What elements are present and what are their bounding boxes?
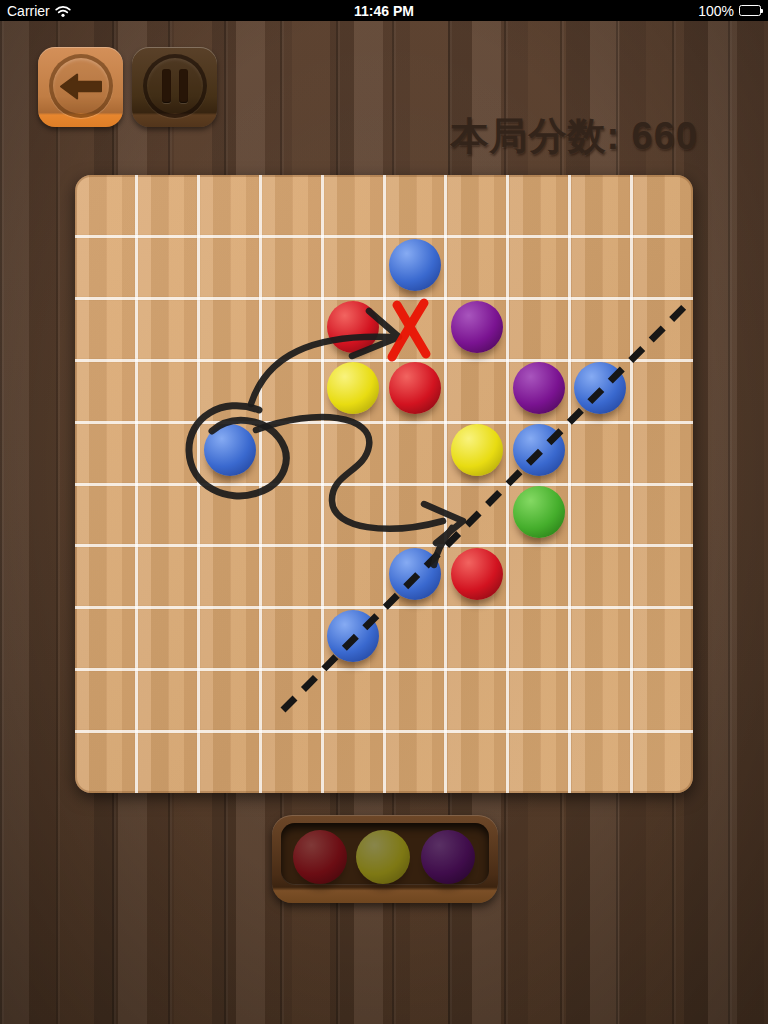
score-value: 660 bbox=[632, 115, 698, 157]
next-balls-tray bbox=[272, 815, 498, 903]
pause-icon bbox=[162, 69, 188, 103]
grid-line-h bbox=[75, 730, 693, 733]
pause-button[interactable] bbox=[132, 47, 217, 127]
game-screen: Carrier 11:46 PM 100% 本局分数: 660 bbox=[0, 0, 768, 1024]
grid-line-v bbox=[506, 175, 509, 793]
status-bar: Carrier 11:46 PM 100% bbox=[0, 0, 768, 21]
score-label: 本局分数: bbox=[450, 115, 620, 157]
carrier-label: Carrier bbox=[7, 3, 50, 19]
ball-blue[interactable] bbox=[389, 548, 441, 600]
clock: 11:46 PM bbox=[0, 3, 768, 19]
left-arrow-icon bbox=[60, 73, 102, 100]
ball-blue[interactable] bbox=[574, 362, 626, 414]
ball-red[interactable] bbox=[451, 548, 503, 600]
ball-yellow[interactable] bbox=[451, 424, 503, 476]
ball-blue[interactable] bbox=[204, 424, 256, 476]
grid-line-h bbox=[75, 483, 693, 486]
ball-red[interactable] bbox=[389, 362, 441, 414]
ball-blue[interactable] bbox=[513, 424, 565, 476]
grid-line-v bbox=[444, 175, 447, 793]
score-display: 本局分数: 660 bbox=[450, 111, 698, 162]
wifi-icon bbox=[55, 5, 71, 17]
battery-icon bbox=[739, 5, 761, 16]
ball-green[interactable] bbox=[513, 486, 565, 538]
grid-line-h bbox=[75, 606, 693, 609]
ball-red[interactable] bbox=[327, 301, 379, 353]
ball-purple[interactable] bbox=[513, 362, 565, 414]
ball-purple[interactable] bbox=[451, 301, 503, 353]
ball-blue[interactable] bbox=[327, 610, 379, 662]
ball-yellow[interactable] bbox=[327, 362, 379, 414]
battery-percent: 100% bbox=[698, 3, 734, 19]
grid-line-h bbox=[75, 668, 693, 671]
pause-button-circle bbox=[143, 54, 207, 118]
next-ball-yellow bbox=[356, 830, 410, 884]
next-ball-purple bbox=[421, 830, 475, 884]
next-ball-red bbox=[293, 830, 347, 884]
grid-line-v bbox=[568, 175, 571, 793]
ball-blue[interactable] bbox=[389, 239, 441, 291]
game-board[interactable] bbox=[75, 175, 693, 793]
back-button-circle bbox=[49, 54, 113, 118]
grid-line-h bbox=[75, 544, 693, 547]
back-button[interactable] bbox=[38, 47, 123, 127]
grid-line-v bbox=[630, 175, 633, 793]
